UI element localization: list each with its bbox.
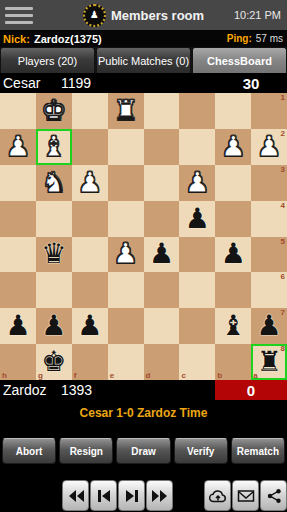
square-e4[interactable] xyxy=(108,201,144,237)
square-b7[interactable]: ♝ xyxy=(215,308,251,344)
square-e7[interactable] xyxy=(108,308,144,344)
step-forward-icon xyxy=(124,489,140,503)
file-label: f xyxy=(74,371,77,380)
app-logo-icon: ♟ xyxy=(83,4,106,27)
square-g2[interactable]: ♝ xyxy=(36,129,72,165)
black-pawn: ♟ xyxy=(5,312,30,340)
black-queen: ♛ xyxy=(41,240,66,268)
nick-label: Nick: xyxy=(3,33,30,45)
white-knight: ♞ xyxy=(41,169,66,197)
white-pawn: ♟ xyxy=(185,169,210,197)
white-pawn: ♟ xyxy=(113,240,138,268)
square-d1[interactable] xyxy=(144,93,180,129)
square-b8[interactable]: b xyxy=(215,344,251,380)
square-a5[interactable]: 5 xyxy=(251,237,287,273)
black-pawn: ♟ xyxy=(77,312,102,340)
bottom-player-bar: Zardoz 1393 0 xyxy=(0,380,287,400)
step-forward-button[interactable] xyxy=(118,480,145,511)
square-d6[interactable] xyxy=(144,272,180,308)
square-h6[interactable] xyxy=(0,272,36,308)
black-rook: ♜ xyxy=(257,348,282,376)
bottom-player-name: Zardoz xyxy=(3,382,61,398)
step-back-button[interactable] xyxy=(90,480,117,511)
system-time: 10:21 PM xyxy=(234,9,281,21)
square-b4[interactable] xyxy=(215,201,251,237)
white-pawn: ♟ xyxy=(5,133,30,161)
ping-value: 57 ms xyxy=(256,33,283,44)
menu-icon[interactable] xyxy=(5,7,33,24)
rank-label: 5 xyxy=(281,237,285,246)
file-label: b xyxy=(217,371,222,380)
white-rook: ♜ xyxy=(113,97,138,125)
square-d2[interactable] xyxy=(144,129,180,165)
tab-chessboard[interactable]: ChessBoard xyxy=(192,47,287,73)
black-pawn: ♟ xyxy=(149,240,174,268)
square-h1[interactable] xyxy=(0,93,36,129)
cloud-upload-button[interactable] xyxy=(204,480,231,511)
draw-button[interactable]: Draw xyxy=(116,438,170,464)
square-c1[interactable] xyxy=(179,93,215,129)
black-pawn: ♟ xyxy=(41,312,66,340)
tab-bar: Players (20) Public Matches (0) ChessBoa… xyxy=(0,47,287,73)
square-b5[interactable]: ♟ xyxy=(215,237,251,273)
square-g4[interactable] xyxy=(36,201,72,237)
share-button[interactable] xyxy=(260,480,287,511)
step-back-icon xyxy=(96,489,112,503)
mail-button[interactable] xyxy=(232,480,259,511)
verify-button[interactable]: Verify xyxy=(174,438,228,464)
square-a1[interactable]: 1 xyxy=(251,93,287,129)
resign-button[interactable]: Resign xyxy=(59,438,113,464)
square-a2[interactable]: 2♟ xyxy=(251,129,287,165)
square-b1[interactable] xyxy=(215,93,251,129)
square-h3[interactable] xyxy=(0,165,36,201)
square-c4[interactable]: ♟ xyxy=(179,201,215,237)
square-c6[interactable] xyxy=(179,272,215,308)
mail-icon xyxy=(237,489,255,503)
file-label: a xyxy=(253,371,257,380)
square-f4[interactable] xyxy=(72,201,108,237)
square-b6[interactable] xyxy=(215,272,251,308)
rewind-icon xyxy=(67,489,85,503)
chess-board: ♚♜1♟♝♟2♟♞♟♟3♟4♛♟♟♟56♟♟♟♝7♟hg♚fedcb8a♜ xyxy=(0,93,287,380)
square-c8[interactable]: c xyxy=(179,344,215,380)
white-pawn: ♟ xyxy=(257,133,282,161)
file-label: g xyxy=(38,371,43,380)
rank-label: 8 xyxy=(281,344,285,353)
square-f6[interactable] xyxy=(72,272,108,308)
square-g3[interactable]: ♞ xyxy=(36,165,72,201)
black-pawn: ♟ xyxy=(257,312,282,340)
square-f1[interactable] xyxy=(72,93,108,129)
white-pawn: ♟ xyxy=(221,133,246,161)
square-f3[interactable]: ♟ xyxy=(72,165,108,201)
file-label: h xyxy=(2,371,7,380)
square-a6[interactable]: 6 xyxy=(251,272,287,308)
fast-forward-button[interactable] xyxy=(146,480,173,511)
ping-label: Ping: xyxy=(227,33,252,44)
square-d3[interactable] xyxy=(144,165,180,201)
square-g5[interactable]: ♛ xyxy=(36,237,72,273)
top-player-clock: 30 xyxy=(215,73,287,93)
square-h8[interactable]: h xyxy=(0,344,36,380)
top-player-name: Cesar xyxy=(3,75,61,91)
white-king: ♚ xyxy=(41,97,66,125)
tab-players[interactable]: Players (20) xyxy=(0,47,95,73)
square-a7[interactable]: 7♟ xyxy=(251,308,287,344)
square-g1[interactable]: ♚ xyxy=(36,93,72,129)
square-c2[interactable] xyxy=(179,129,215,165)
black-bishop: ♝ xyxy=(221,312,246,340)
black-king: ♚ xyxy=(41,348,66,376)
white-pawn: ♟ xyxy=(77,169,102,197)
square-d7[interactable] xyxy=(144,308,180,344)
file-label: e xyxy=(110,371,114,380)
square-h5[interactable] xyxy=(0,237,36,273)
square-g7[interactable]: ♟ xyxy=(36,308,72,344)
file-label: d xyxy=(146,371,151,380)
nick-value: Zardoz(1375) xyxy=(34,33,102,45)
abort-button[interactable]: Abort xyxy=(2,438,56,464)
square-e5[interactable]: ♟ xyxy=(108,237,144,273)
black-pawn: ♟ xyxy=(221,240,246,268)
top-player-rating: 1199 xyxy=(61,75,91,91)
square-f5[interactable] xyxy=(72,237,108,273)
square-g6[interactable] xyxy=(36,272,72,308)
rank-label: 3 xyxy=(281,165,285,174)
rank-label: 6 xyxy=(281,272,285,281)
square-b2[interactable]: ♟ xyxy=(215,129,251,165)
square-c5[interactable] xyxy=(179,237,215,273)
rank-label: 1 xyxy=(281,93,285,102)
bottom-player-rating: 1393 xyxy=(61,382,92,398)
square-g8[interactable]: g♚ xyxy=(36,344,72,380)
game-result-text: Cesar 1-0 Zardoz Time xyxy=(0,404,287,422)
square-f8[interactable]: f xyxy=(72,344,108,380)
status-bar: ♟ Members room 10:21 PM xyxy=(0,0,287,30)
tab-public-matches[interactable]: Public Matches (0) xyxy=(96,47,191,73)
square-h4[interactable] xyxy=(0,201,36,237)
square-a8[interactable]: 8a♜ xyxy=(251,344,287,380)
playback-controls xyxy=(0,480,287,509)
square-f7[interactable]: ♟ xyxy=(72,308,108,344)
share-icon xyxy=(266,488,282,504)
square-d5[interactable]: ♟ xyxy=(144,237,180,273)
bottom-player-clock: 0 xyxy=(215,380,287,400)
black-pawn: ♟ xyxy=(185,205,210,233)
page-title: Members room xyxy=(111,8,204,23)
cloud-upload-icon xyxy=(208,488,228,504)
square-c3[interactable]: ♟ xyxy=(179,165,215,201)
rematch-button[interactable]: Rematch xyxy=(231,438,285,464)
square-a4[interactable]: 4 xyxy=(251,201,287,237)
square-e6[interactable] xyxy=(108,272,144,308)
square-h2[interactable]: ♟ xyxy=(0,129,36,165)
file-label: c xyxy=(181,371,185,380)
action-button-row: Abort Resign Draw Verify Rematch xyxy=(0,438,287,464)
rank-label: 7 xyxy=(281,308,285,317)
square-h7[interactable]: ♟ xyxy=(0,308,36,344)
rank-label: 2 xyxy=(281,129,285,138)
rank-label: 4 xyxy=(281,201,285,210)
rewind-button[interactable] xyxy=(62,480,89,511)
top-player-bar: Cesar 1199 30 xyxy=(0,73,287,93)
square-f2[interactable] xyxy=(72,129,108,165)
square-e8[interactable]: e xyxy=(108,344,144,380)
square-d4[interactable] xyxy=(144,201,180,237)
square-e2[interactable] xyxy=(108,129,144,165)
fast-forward-icon xyxy=(151,489,169,503)
square-e1[interactable]: ♜ xyxy=(108,93,144,129)
square-a3[interactable]: 3 xyxy=(251,165,287,201)
white-bishop: ♝ xyxy=(41,133,66,161)
square-b3[interactable] xyxy=(215,165,251,201)
nick-bar: Nick: Zardoz(1375) Ping: 57 ms xyxy=(0,30,287,47)
square-e3[interactable] xyxy=(108,165,144,201)
square-d8[interactable]: d xyxy=(144,344,180,380)
square-c7[interactable] xyxy=(179,308,215,344)
chess-app-window: ♟ Members room 10:21 PM Nick: Zardoz(137… xyxy=(0,0,287,512)
